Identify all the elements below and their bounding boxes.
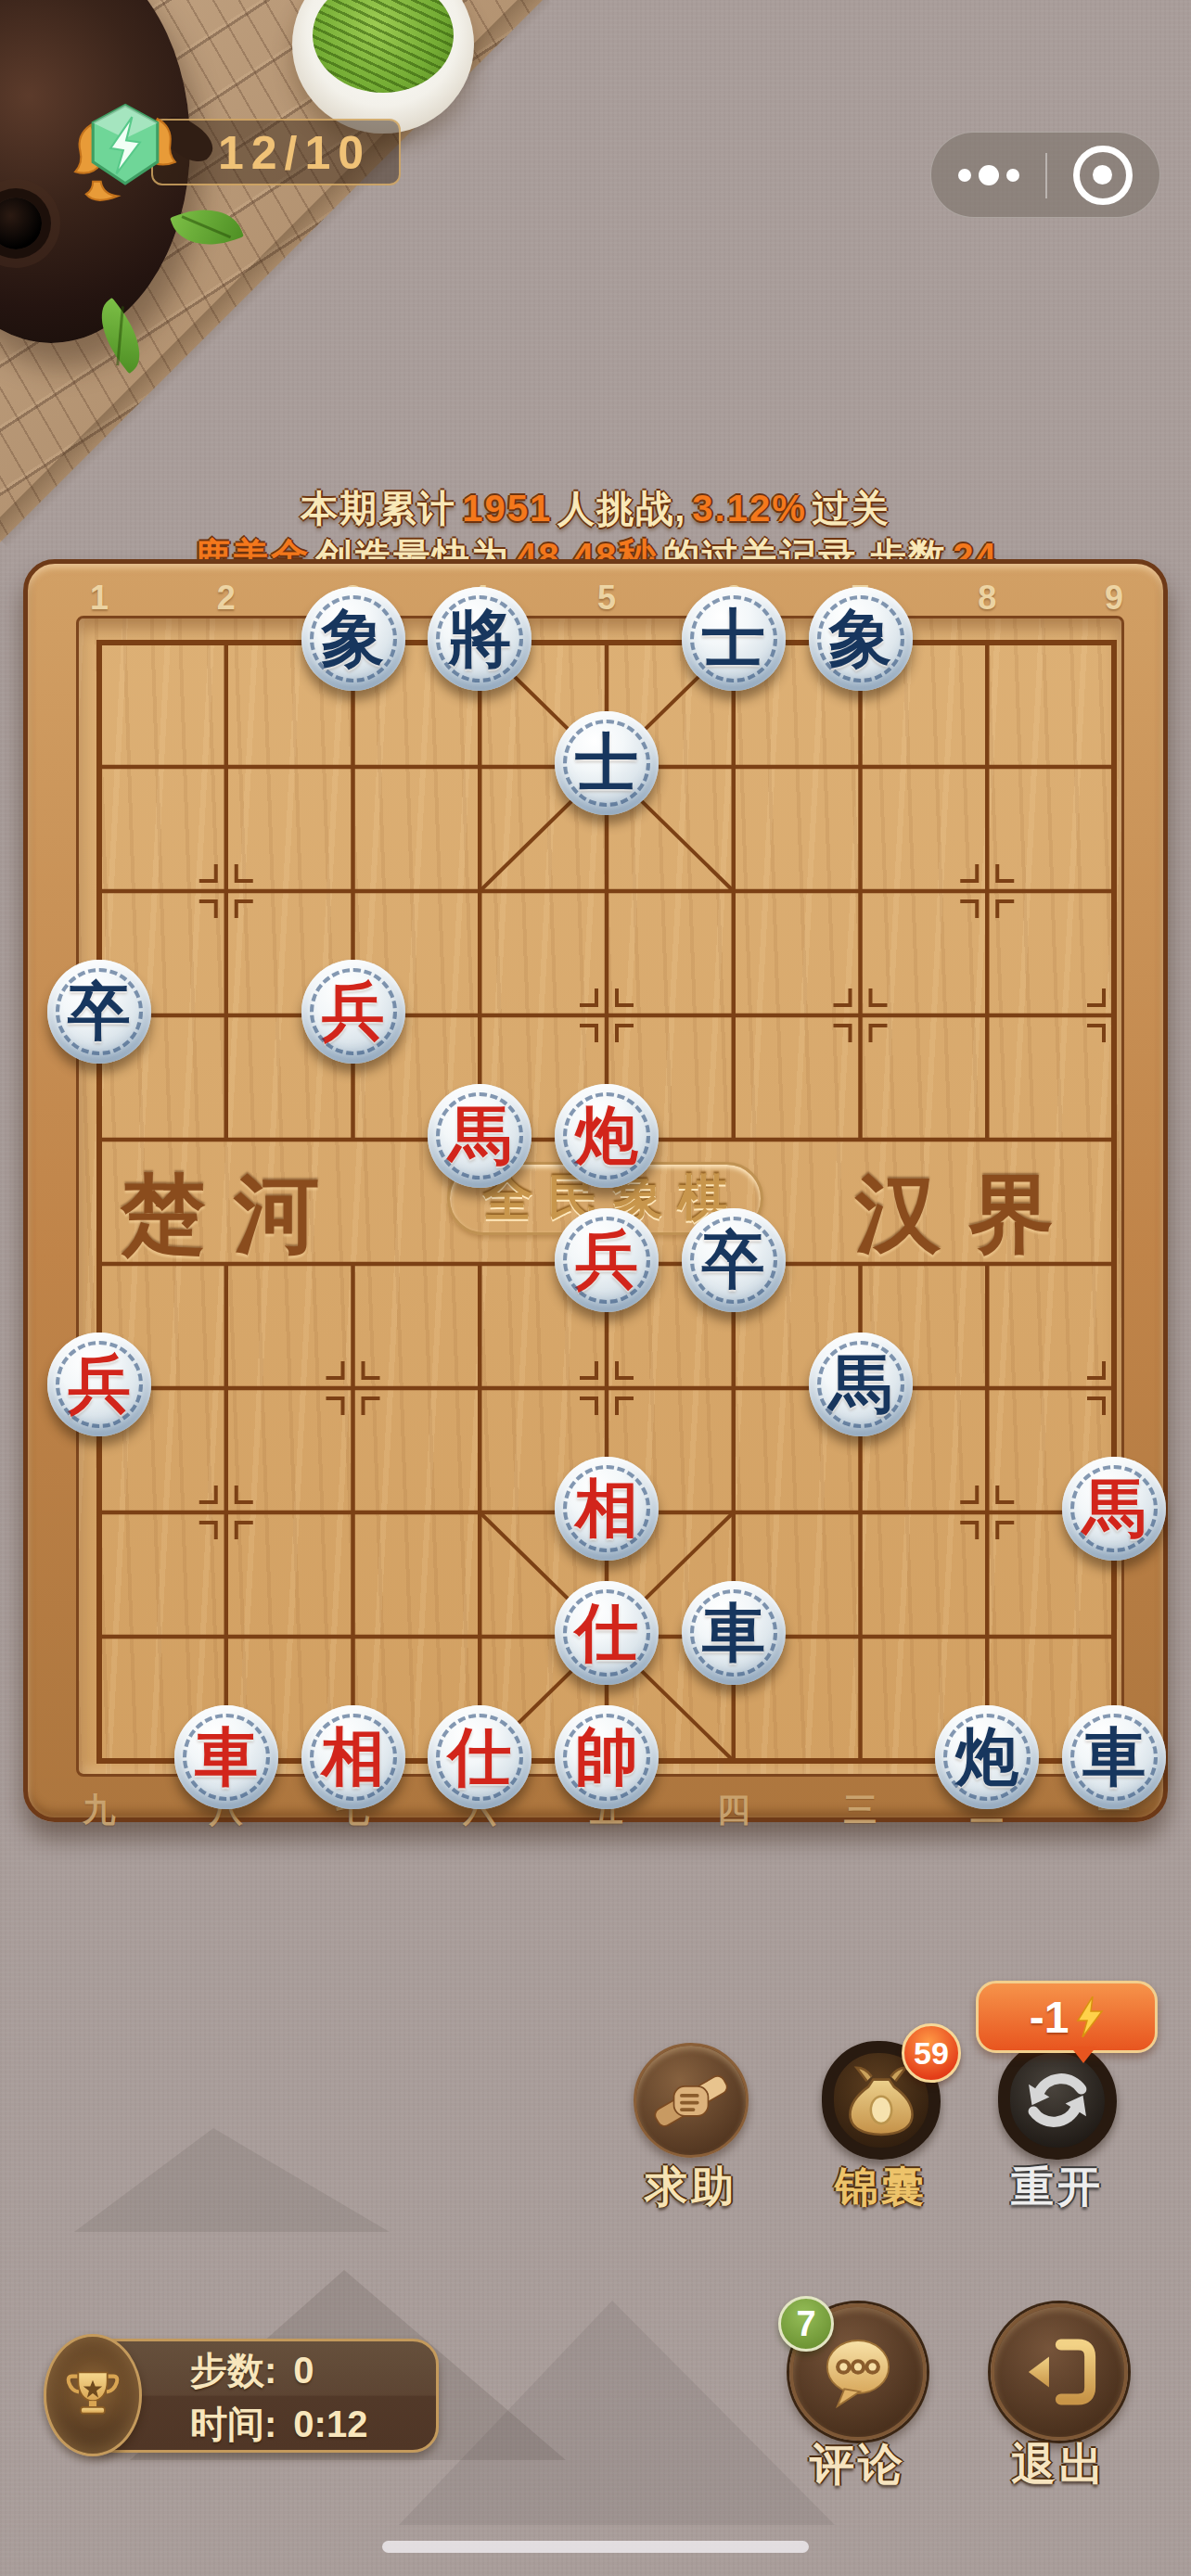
file-label-top: 2 — [204, 579, 249, 618]
tips-count-badge: 59 — [902, 2023, 961, 2083]
piece-character: 炮 — [575, 1104, 638, 1167]
tea-leaf — [85, 298, 155, 374]
restart-button[interactable] — [998, 2041, 1117, 2160]
ellipsis-icon — [979, 165, 999, 185]
piece-character: 馬 — [829, 1353, 892, 1416]
bamboo-mat-edge-shadow — [0, 0, 553, 548]
piece-red-炮[interactable]: 炮 — [555, 1084, 659, 1188]
piece-character: 士 — [702, 607, 765, 670]
piece-character: 兵 — [575, 1229, 638, 1292]
piece-character: 車 — [702, 1601, 765, 1664]
piece-red-兵[interactable]: 兵 — [47, 1333, 151, 1436]
file-label-top: 9 — [1092, 579, 1136, 618]
piece-character: 仕 — [575, 1601, 638, 1664]
piece-character: 將 — [448, 607, 511, 670]
file-label-bottom: 九 — [77, 1788, 122, 1833]
piece-black-馬[interactable]: 馬 — [809, 1333, 913, 1436]
piece-red-兵[interactable]: 兵 — [301, 960, 405, 1064]
file-label-bottom: 三 — [839, 1788, 883, 1833]
steps-label: 步数: — [190, 2345, 276, 2396]
app-screen: 12/10 本期累计1951人挑战,3.12%过关 鹿美金创造最快为48.48秒… — [0, 0, 1191, 2576]
piece-black-車[interactable]: 車 — [1062, 1705, 1166, 1809]
piece-black-炮[interactable]: 炮 — [935, 1705, 1039, 1809]
energy-value: 12/10 — [190, 121, 399, 187]
miniprogram-capsule — [930, 132, 1160, 218]
announcement-segment: 1951 — [462, 488, 552, 529]
piece-character: 相 — [575, 1477, 638, 1540]
ellipsis-icon — [958, 169, 971, 182]
time-value: 0:12 — [293, 2404, 367, 2445]
file-label-top: 5 — [584, 579, 629, 618]
teapot-knob — [0, 198, 42, 249]
file-label-bottom: 四 — [711, 1788, 756, 1833]
announcement-segment: 3.12% — [692, 488, 806, 529]
more-button[interactable] — [931, 133, 1045, 217]
piece-character: 兵 — [68, 1353, 131, 1416]
piece-red-帥[interactable]: 帥 — [555, 1705, 659, 1809]
piece-character: 炮 — [955, 1726, 1018, 1789]
announcement-segment: 本期累计 — [301, 488, 456, 529]
handshake-icon — [652, 2061, 730, 2139]
tips-label: 锦囊 — [779, 2159, 983, 2216]
logout-arrow-icon — [1017, 2329, 1102, 2415]
restart-cost-bubble: -1 — [976, 1981, 1158, 2053]
mountain-watermark — [74, 2125, 390, 2232]
tea-leaves — [313, 0, 454, 93]
piece-red-馬[interactable]: 馬 — [428, 1084, 531, 1188]
comment-count-badge: 7 — [778, 2296, 834, 2352]
xiangqi-board: 123456789 九八七六五四三二一 楚河 汉界 全民象棋 象將士象士卒兵馬炮… — [23, 559, 1168, 1822]
piece-red-相[interactable]: 相 — [301, 1705, 405, 1809]
energy-counter[interactable]: 12/10 — [151, 119, 401, 185]
piece-character: 象 — [829, 607, 892, 670]
piece-red-車[interactable]: 車 — [174, 1705, 278, 1809]
stats-panel: 步数: 0 时间: 0:12 — [58, 2339, 439, 2453]
chat-bubble-icon — [815, 2329, 901, 2415]
trophy-icon — [44, 2334, 142, 2456]
file-label-top: 1 — [77, 579, 122, 618]
energy-gem-icon — [71, 98, 179, 202]
piece-black-卒[interactable]: 卒 — [47, 960, 151, 1064]
challenge-stats-line: 本期累计1951人挑战,3.12%过关 — [0, 483, 1191, 534]
piece-red-馬[interactable]: 馬 — [1062, 1457, 1166, 1561]
piece-black-士[interactable]: 士 — [682, 587, 786, 691]
piece-black-象[interactable]: 象 — [301, 587, 405, 691]
home-indicator[interactable] — [382, 2541, 809, 2553]
lightning-icon — [1076, 1996, 1104, 2037]
help-label: 求助 — [589, 2159, 793, 2216]
piece-character: 卒 — [702, 1229, 765, 1292]
circle-dot-icon — [1073, 146, 1133, 205]
piece-character: 馬 — [448, 1104, 511, 1167]
piece-character: 帥 — [575, 1726, 638, 1789]
help-button[interactable] — [634, 2043, 749, 2158]
announcement-segment: 人挑战, — [557, 488, 686, 529]
steps-value: 0 — [293, 2350, 314, 2391]
piece-character: 士 — [575, 732, 638, 795]
file-label-top: 8 — [965, 579, 1009, 618]
piece-red-相[interactable]: 相 — [555, 1457, 659, 1561]
piece-character: 象 — [322, 607, 385, 670]
announcement-segment: 过关 — [813, 488, 890, 529]
piece-red-兵[interactable]: 兵 — [555, 1208, 659, 1312]
piece-black-車[interactable]: 車 — [682, 1581, 786, 1685]
tea-leaf-plate — [292, 0, 474, 134]
restart-label: 重开 — [955, 2159, 1159, 2216]
comment-label: 评论 — [756, 2435, 960, 2494]
piece-character: 卒 — [68, 980, 131, 1043]
piece-character: 相 — [322, 1726, 385, 1789]
piece-character: 兵 — [322, 980, 385, 1043]
piece-character: 仕 — [448, 1726, 511, 1789]
tea-leaf — [170, 197, 244, 258]
ellipsis-icon — [1006, 169, 1019, 182]
piece-black-卒[interactable]: 卒 — [682, 1208, 786, 1312]
piece-black-將[interactable]: 將 — [428, 587, 531, 691]
piece-character: 馬 — [1082, 1477, 1146, 1540]
piece-character: 車 — [1082, 1726, 1146, 1789]
exit-button[interactable] — [991, 2303, 1128, 2441]
piece-black-象[interactable]: 象 — [809, 587, 913, 691]
piece-red-仕[interactable]: 仕 — [555, 1581, 659, 1685]
time-label: 时间: — [190, 2399, 276, 2450]
restart-cost-value: -1 — [1030, 1992, 1069, 2043]
close-button[interactable] — [1045, 133, 1159, 217]
piece-red-仕[interactable]: 仕 — [428, 1705, 531, 1809]
piece-character: 車 — [195, 1726, 258, 1789]
exit-label: 退出 — [957, 2435, 1161, 2494]
piece-black-士[interactable]: 士 — [555, 711, 659, 815]
